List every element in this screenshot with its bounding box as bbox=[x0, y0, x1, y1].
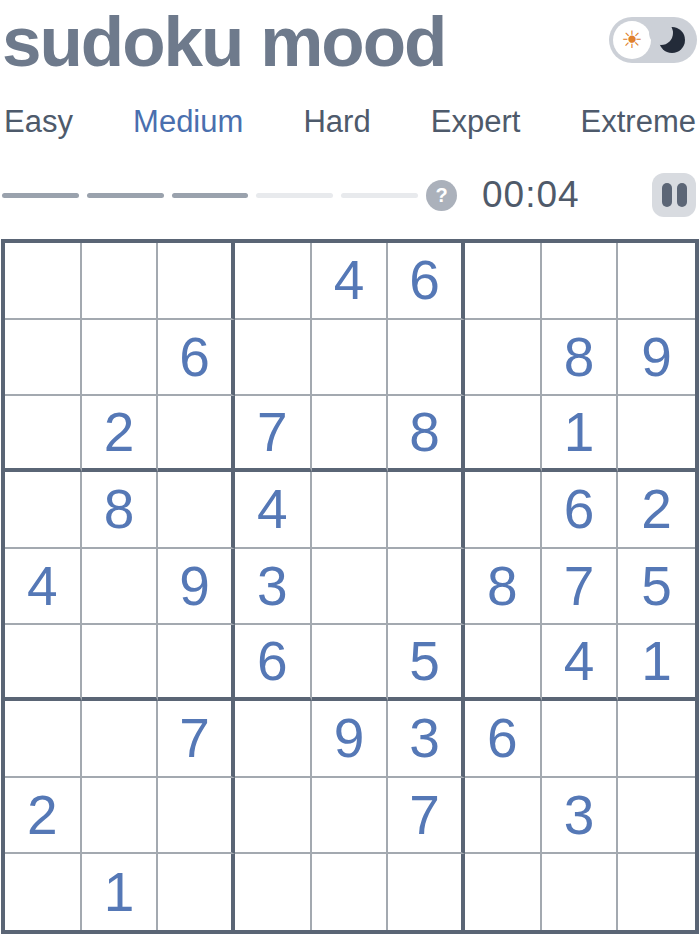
cell-r2c5[interactable] bbox=[312, 320, 389, 396]
help-button[interactable]: ? bbox=[426, 180, 457, 211]
moon-icon bbox=[659, 27, 685, 53]
cell-r8c3[interactable] bbox=[158, 778, 235, 854]
difficulty-progress bbox=[2, 193, 418, 198]
cell-r3c2[interactable]: 2 bbox=[82, 396, 159, 472]
cell-r4c8[interactable]: 6 bbox=[542, 472, 619, 548]
cell-r7c9[interactable] bbox=[618, 701, 695, 777]
cell-r1c8[interactable] bbox=[542, 243, 619, 319]
cell-r4c4[interactable]: 4 bbox=[235, 472, 312, 548]
cell-r3c5[interactable] bbox=[312, 396, 389, 472]
cell-r8c8[interactable]: 3 bbox=[542, 778, 619, 854]
difficulty-tabs: Easy Medium Hard Expert Extreme bbox=[0, 103, 700, 140]
cell-r3c8[interactable]: 1 bbox=[542, 396, 619, 472]
cell-r1c3[interactable] bbox=[158, 243, 235, 319]
cell-r9c9[interactable] bbox=[618, 854, 695, 930]
cell-r3c7[interactable] bbox=[465, 396, 542, 472]
cell-r7c5[interactable]: 9 bbox=[312, 701, 389, 777]
cell-r7c7[interactable]: 6 bbox=[465, 701, 542, 777]
cell-r4c1[interactable] bbox=[5, 472, 82, 548]
cell-r4c3[interactable] bbox=[158, 472, 235, 548]
cell-r8c2[interactable] bbox=[82, 778, 159, 854]
cell-r6c1[interactable] bbox=[5, 625, 82, 701]
theme-toggle-knob: ☀ bbox=[613, 21, 651, 59]
cell-r5c2[interactable] bbox=[82, 549, 159, 625]
tab-extreme[interactable]: Extreme bbox=[581, 103, 696, 140]
cell-r6c3[interactable] bbox=[158, 625, 235, 701]
progress-segment bbox=[256, 193, 333, 198]
cell-r8c9[interactable] bbox=[618, 778, 695, 854]
cell-r1c7[interactable] bbox=[465, 243, 542, 319]
cell-r9c3[interactable] bbox=[158, 854, 235, 930]
cell-r4c7[interactable] bbox=[465, 472, 542, 548]
cell-r6c8[interactable]: 4 bbox=[542, 625, 619, 701]
tab-medium[interactable]: Medium bbox=[133, 103, 243, 140]
progress-segment bbox=[172, 193, 249, 198]
cell-r2c6[interactable] bbox=[388, 320, 465, 396]
sun-icon: ☀ bbox=[621, 28, 643, 52]
cell-r9c1[interactable] bbox=[5, 854, 82, 930]
cell-r1c2[interactable] bbox=[82, 243, 159, 319]
cell-r5c9[interactable]: 5 bbox=[618, 549, 695, 625]
theme-toggle[interactable]: ☀ bbox=[609, 17, 697, 63]
cell-r3c9[interactable] bbox=[618, 396, 695, 472]
cell-r4c6[interactable] bbox=[388, 472, 465, 548]
cell-r7c3[interactable]: 7 bbox=[158, 701, 235, 777]
progress-segment bbox=[87, 193, 164, 198]
cell-r1c4[interactable] bbox=[235, 243, 312, 319]
cell-r6c5[interactable] bbox=[312, 625, 389, 701]
cell-r5c6[interactable] bbox=[388, 549, 465, 625]
cell-r8c4[interactable] bbox=[235, 778, 312, 854]
cell-r2c7[interactable] bbox=[465, 320, 542, 396]
cell-r7c8[interactable] bbox=[542, 701, 619, 777]
cell-r9c7[interactable] bbox=[465, 854, 542, 930]
cell-r7c2[interactable] bbox=[82, 701, 159, 777]
cell-r8c6[interactable]: 7 bbox=[388, 778, 465, 854]
cell-r2c2[interactable] bbox=[82, 320, 159, 396]
cell-r9c4[interactable] bbox=[235, 854, 312, 930]
cell-r9c5[interactable] bbox=[312, 854, 389, 930]
tab-easy[interactable]: Easy bbox=[4, 103, 73, 140]
cell-r6c9[interactable]: 1 bbox=[618, 625, 695, 701]
app-header: sudoku mood ☀ bbox=[0, 0, 700, 77]
cell-r4c9[interactable]: 2 bbox=[618, 472, 695, 548]
progress-segment bbox=[2, 193, 79, 198]
cell-r2c9[interactable]: 9 bbox=[618, 320, 695, 396]
cell-r1c5[interactable]: 4 bbox=[312, 243, 389, 319]
cell-r5c5[interactable] bbox=[312, 549, 389, 625]
cell-r6c4[interactable]: 6 bbox=[235, 625, 312, 701]
app-title: sudoku mood bbox=[2, 6, 445, 77]
game-timer: 00:04 bbox=[482, 174, 580, 216]
cell-r2c3[interactable]: 6 bbox=[158, 320, 235, 396]
cell-r8c5[interactable] bbox=[312, 778, 389, 854]
cell-r3c4[interactable]: 7 bbox=[235, 396, 312, 472]
cell-r3c6[interactable]: 8 bbox=[388, 396, 465, 472]
cell-r2c1[interactable] bbox=[5, 320, 82, 396]
pause-button[interactable] bbox=[652, 173, 696, 217]
cell-r8c7[interactable] bbox=[465, 778, 542, 854]
cell-r6c6[interactable]: 5 bbox=[388, 625, 465, 701]
cell-r5c7[interactable]: 8 bbox=[465, 549, 542, 625]
cell-r5c8[interactable]: 7 bbox=[542, 549, 619, 625]
pause-icon bbox=[677, 183, 687, 207]
cell-r7c6[interactable]: 3 bbox=[388, 701, 465, 777]
cell-r1c1[interactable] bbox=[5, 243, 82, 319]
cell-r9c2[interactable]: 1 bbox=[82, 854, 159, 930]
cell-r9c8[interactable] bbox=[542, 854, 619, 930]
progress-segment bbox=[341, 193, 418, 198]
cell-r8c1[interactable]: 2 bbox=[5, 778, 82, 854]
cell-r6c7[interactable] bbox=[465, 625, 542, 701]
cell-r4c5[interactable] bbox=[312, 472, 389, 548]
cell-r3c1[interactable] bbox=[5, 396, 82, 472]
cell-r5c3[interactable]: 9 bbox=[158, 549, 235, 625]
cell-r3c3[interactable] bbox=[158, 396, 235, 472]
tab-hard[interactable]: Hard bbox=[303, 103, 370, 140]
cell-r1c9[interactable] bbox=[618, 243, 695, 319]
cell-r5c1[interactable]: 4 bbox=[5, 549, 82, 625]
cell-r9c6[interactable] bbox=[388, 854, 465, 930]
cell-r5c4[interactable]: 3 bbox=[235, 549, 312, 625]
cell-r1c6[interactable]: 6 bbox=[388, 243, 465, 319]
cell-r4c2[interactable]: 8 bbox=[82, 472, 159, 548]
tab-expert[interactable]: Expert bbox=[431, 103, 521, 140]
cell-r2c4[interactable] bbox=[235, 320, 312, 396]
cell-r6c2[interactable] bbox=[82, 625, 159, 701]
pause-icon bbox=[662, 183, 672, 207]
sudoku-board: 4668927818462493875654179362731 bbox=[1, 239, 699, 934]
cell-r2c8[interactable]: 8 bbox=[542, 320, 619, 396]
cell-r7c4[interactable] bbox=[235, 701, 312, 777]
cell-r7c1[interactable] bbox=[5, 701, 82, 777]
status-bar: ? 00:04 bbox=[0, 172, 700, 218]
